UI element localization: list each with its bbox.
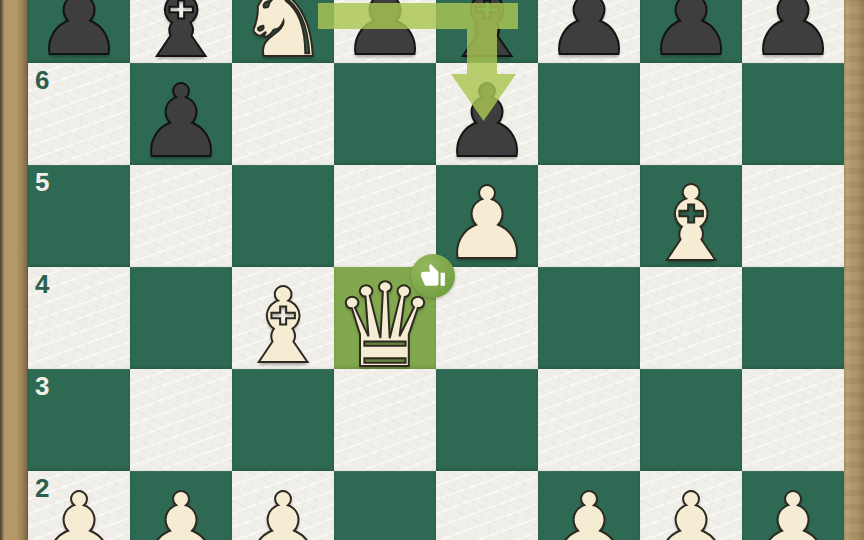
- square-b7[interactable]: ♝: [130, 0, 232, 63]
- square-d2[interactable]: [334, 471, 436, 540]
- piece-white-pawn-h2[interactable]: ♟: [748, 480, 838, 540]
- square-a6[interactable]: 6: [28, 63, 130, 165]
- square-c3[interactable]: [232, 369, 334, 471]
- board-grid: 7♟♝♞♟♝♟♟♟6♟♟5♟♝4♝♛32♟♟♟♟♟♟: [28, 0, 844, 540]
- piece-white-bishop-c4[interactable]: ♝: [236, 274, 329, 378]
- rank-label-4: 4: [35, 271, 49, 297]
- square-g6[interactable]: [640, 63, 742, 165]
- piece-black-pawn-d7[interactable]: ♟: [340, 0, 430, 70]
- square-e7[interactable]: ♝: [436, 0, 538, 63]
- square-b3[interactable]: [130, 369, 232, 471]
- square-a3[interactable]: 3: [28, 369, 130, 471]
- piece-white-pawn-b2[interactable]: ♟: [136, 480, 226, 540]
- piece-white-pawn-c2[interactable]: ♟: [238, 480, 328, 540]
- piece-black-pawn-a7[interactable]: ♟: [34, 0, 124, 70]
- chess-board: 7♟♝♞♟♝♟♟♟6♟♟5♟♝4♝♛32♟♟♟♟♟♟: [28, 0, 844, 540]
- square-d4[interactable]: ♛: [334, 267, 436, 369]
- square-f5[interactable]: [538, 165, 640, 267]
- piece-white-queen-d4[interactable]: ♛: [333, 268, 437, 384]
- piece-white-pawn-f2[interactable]: ♟: [544, 480, 634, 540]
- board-frame-right: [844, 0, 864, 540]
- square-f2[interactable]: ♟: [538, 471, 640, 540]
- rank-label-3: 3: [35, 373, 49, 399]
- piece-black-pawn-b6[interactable]: ♟: [136, 72, 226, 172]
- square-b4[interactable]: [130, 267, 232, 369]
- square-a2[interactable]: 2♟: [28, 471, 130, 540]
- square-d6[interactable]: [334, 63, 436, 165]
- square-h3[interactable]: [742, 369, 844, 471]
- piece-black-bishop-b7[interactable]: ♝: [134, 0, 227, 72]
- square-h7[interactable]: ♟: [742, 0, 844, 63]
- rank-label-5: 5: [35, 169, 49, 195]
- square-c7[interactable]: ♞: [232, 0, 334, 63]
- square-b2[interactable]: ♟: [130, 471, 232, 540]
- piece-black-pawn-e6[interactable]: ♟: [442, 72, 532, 172]
- chess-lesson-screen: 7♟♝♞♟♝♟♟♟6♟♟5♟♝4♝♛32♟♟♟♟♟♟: [0, 0, 864, 540]
- square-a5[interactable]: 5: [28, 165, 130, 267]
- square-b5[interactable]: [130, 165, 232, 267]
- piece-black-bishop-e7[interactable]: ♝: [440, 0, 533, 72]
- square-c2[interactable]: ♟: [232, 471, 334, 540]
- piece-white-bishop-g5[interactable]: ♝: [644, 172, 737, 276]
- square-h5[interactable]: [742, 165, 844, 267]
- piece-white-pawn-g2[interactable]: ♟: [646, 480, 736, 540]
- square-e3[interactable]: [436, 369, 538, 471]
- piece-black-pawn-f7[interactable]: ♟: [544, 0, 634, 70]
- piece-black-pawn-g7[interactable]: ♟: [646, 0, 736, 70]
- square-f7[interactable]: ♟: [538, 0, 640, 63]
- square-e2[interactable]: [436, 471, 538, 540]
- square-h6[interactable]: [742, 63, 844, 165]
- square-d5[interactable]: [334, 165, 436, 267]
- square-g5[interactable]: ♝: [640, 165, 742, 267]
- piece-white-pawn-e5[interactable]: ♟: [442, 174, 532, 274]
- square-a7[interactable]: 7♟: [28, 0, 130, 63]
- piece-white-knight-c7[interactable]: ♞: [236, 0, 329, 72]
- square-e4[interactable]: [436, 267, 538, 369]
- square-f4[interactable]: [538, 267, 640, 369]
- square-d3[interactable]: [334, 369, 436, 471]
- square-c4[interactable]: ♝: [232, 267, 334, 369]
- square-e6[interactable]: ♟: [436, 63, 538, 165]
- board-frame-left: [0, 0, 28, 540]
- square-h2[interactable]: ♟: [742, 471, 844, 540]
- square-g7[interactable]: ♟: [640, 0, 742, 63]
- piece-white-pawn-a2[interactable]: ♟: [34, 480, 124, 540]
- square-a4[interactable]: 4: [28, 267, 130, 369]
- square-c5[interactable]: [232, 165, 334, 267]
- square-c6[interactable]: [232, 63, 334, 165]
- piece-black-pawn-h7[interactable]: ♟: [748, 0, 838, 70]
- square-g2[interactable]: ♟: [640, 471, 742, 540]
- square-g4[interactable]: [640, 267, 742, 369]
- square-e5[interactable]: ♟: [436, 165, 538, 267]
- square-f3[interactable]: [538, 369, 640, 471]
- square-b6[interactable]: ♟: [130, 63, 232, 165]
- square-h4[interactable]: [742, 267, 844, 369]
- square-d7[interactable]: ♟: [334, 0, 436, 63]
- rank-label-6: 6: [35, 67, 49, 93]
- square-g3[interactable]: [640, 369, 742, 471]
- square-f6[interactable]: [538, 63, 640, 165]
